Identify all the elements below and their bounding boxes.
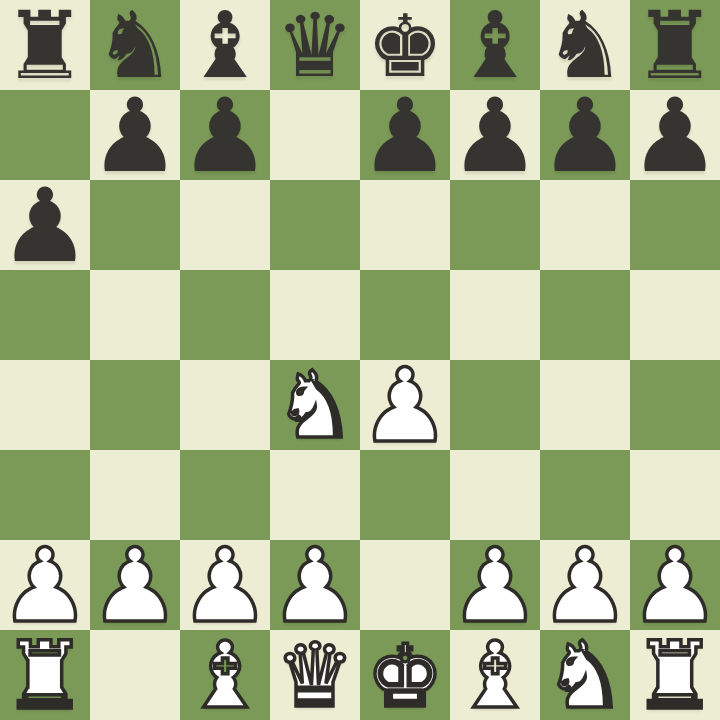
square-g6[interactable]: [540, 180, 630, 270]
square-c6[interactable]: [180, 180, 270, 270]
square-d2[interactable]: ♟: [270, 540, 360, 630]
square-e1[interactable]: ♚: [360, 630, 450, 720]
square-d1[interactable]: ♛: [270, 630, 360, 720]
square-b1[interactable]: [90, 630, 180, 720]
square-g5[interactable]: [540, 270, 630, 360]
piece-black-pawn[interactable]: ♟: [360, 91, 450, 180]
square-e5[interactable]: [360, 270, 450, 360]
square-e7[interactable]: ♟: [360, 90, 450, 180]
piece-black-pawn[interactable]: ♟: [180, 91, 270, 180]
square-a4[interactable]: [0, 360, 90, 450]
piece-white-pawn[interactable]: ♟: [270, 541, 360, 630]
square-d8[interactable]: ♛: [270, 0, 360, 90]
piece-black-pawn[interactable]: ♟: [90, 91, 180, 180]
piece-white-rook[interactable]: ♜: [3, 631, 87, 720]
square-g1[interactable]: ♞: [540, 630, 630, 720]
piece-black-bishop[interactable]: ♝: [184, 1, 266, 90]
square-c4[interactable]: [180, 360, 270, 450]
piece-black-rook[interactable]: ♜: [3, 1, 87, 90]
piece-white-pawn[interactable]: ♟: [540, 541, 630, 630]
square-f1[interactable]: ♝: [450, 630, 540, 720]
square-b4[interactable]: [90, 360, 180, 450]
square-f5[interactable]: [450, 270, 540, 360]
square-a3[interactable]: [0, 450, 90, 540]
square-g2[interactable]: ♟: [540, 540, 630, 630]
square-b3[interactable]: [90, 450, 180, 540]
square-h1[interactable]: ♜: [630, 630, 720, 720]
square-h3[interactable]: [630, 450, 720, 540]
square-d7[interactable]: [270, 90, 360, 180]
square-d4[interactable]: ♞: [270, 360, 360, 450]
piece-black-knight[interactable]: ♞: [94, 1, 176, 90]
square-e4[interactable]: ♟: [360, 360, 450, 450]
piece-white-pawn[interactable]: ♟: [450, 541, 540, 630]
piece-white-pawn[interactable]: ♟: [630, 541, 720, 630]
square-g3[interactable]: [540, 450, 630, 540]
square-g8[interactable]: ♞: [540, 0, 630, 90]
square-b6[interactable]: [90, 180, 180, 270]
piece-white-knight[interactable]: ♞: [274, 361, 356, 450]
square-d5[interactable]: [270, 270, 360, 360]
piece-white-pawn[interactable]: ♟: [0, 541, 90, 630]
square-c5[interactable]: [180, 270, 270, 360]
piece-white-knight[interactable]: ♞: [544, 631, 626, 720]
square-b2[interactable]: ♟: [90, 540, 180, 630]
square-d6[interactable]: [270, 180, 360, 270]
square-h8[interactable]: ♜: [630, 0, 720, 90]
piece-white-bishop[interactable]: ♝: [454, 631, 536, 720]
piece-black-pawn[interactable]: ♟: [630, 91, 720, 180]
piece-white-pawn[interactable]: ♟: [90, 541, 180, 630]
square-f3[interactable]: [450, 450, 540, 540]
square-g4[interactable]: [540, 360, 630, 450]
square-c1[interactable]: ♝: [180, 630, 270, 720]
square-e2[interactable]: [360, 540, 450, 630]
square-h7[interactable]: ♟: [630, 90, 720, 180]
square-b8[interactable]: ♞: [90, 0, 180, 90]
square-b5[interactable]: [90, 270, 180, 360]
square-b7[interactable]: ♟: [90, 90, 180, 180]
square-h2[interactable]: ♟: [630, 540, 720, 630]
piece-black-king[interactable]: ♚: [366, 1, 443, 90]
square-f2[interactable]: ♟: [450, 540, 540, 630]
piece-white-pawn[interactable]: ♟: [180, 541, 270, 630]
square-f4[interactable]: [450, 360, 540, 450]
square-c7[interactable]: ♟: [180, 90, 270, 180]
piece-white-king[interactable]: ♚: [366, 631, 443, 720]
square-a2[interactable]: ♟: [0, 540, 90, 630]
square-d3[interactable]: [270, 450, 360, 540]
piece-black-pawn[interactable]: ♟: [450, 91, 540, 180]
chess-board: ♜♞♝♛♚♝♞♜♟♟♟♟♟♟♟♞♟♟♟♟♟♟♟♟♜♝♛♚♝♞♜: [0, 0, 720, 720]
piece-black-bishop[interactable]: ♝: [454, 1, 536, 90]
piece-black-rook[interactable]: ♜: [633, 1, 717, 90]
square-e8[interactable]: ♚: [360, 0, 450, 90]
square-f6[interactable]: [450, 180, 540, 270]
square-c8[interactable]: ♝: [180, 0, 270, 90]
square-f7[interactable]: ♟: [450, 90, 540, 180]
square-a8[interactable]: ♜: [0, 0, 90, 90]
square-c2[interactable]: ♟: [180, 540, 270, 630]
piece-black-pawn[interactable]: ♟: [540, 91, 630, 180]
piece-white-pawn[interactable]: ♟: [360, 361, 450, 450]
square-h6[interactable]: [630, 180, 720, 270]
square-a7[interactable]: [0, 90, 90, 180]
piece-black-pawn[interactable]: ♟: [0, 181, 90, 270]
square-f8[interactable]: ♝: [450, 0, 540, 90]
square-c3[interactable]: [180, 450, 270, 540]
piece-white-queen[interactable]: ♛: [276, 631, 355, 720]
square-a1[interactable]: ♜: [0, 630, 90, 720]
square-e3[interactable]: [360, 450, 450, 540]
square-g7[interactable]: ♟: [540, 90, 630, 180]
square-h4[interactable]: [630, 360, 720, 450]
square-e6[interactable]: [360, 180, 450, 270]
piece-black-queen[interactable]: ♛: [276, 1, 355, 90]
piece-white-rook[interactable]: ♜: [633, 631, 717, 720]
piece-black-knight[interactable]: ♞: [544, 1, 626, 90]
square-a6[interactable]: ♟: [0, 180, 90, 270]
square-h5[interactable]: [630, 270, 720, 360]
square-a5[interactable]: [0, 270, 90, 360]
piece-white-bishop[interactable]: ♝: [184, 631, 266, 720]
